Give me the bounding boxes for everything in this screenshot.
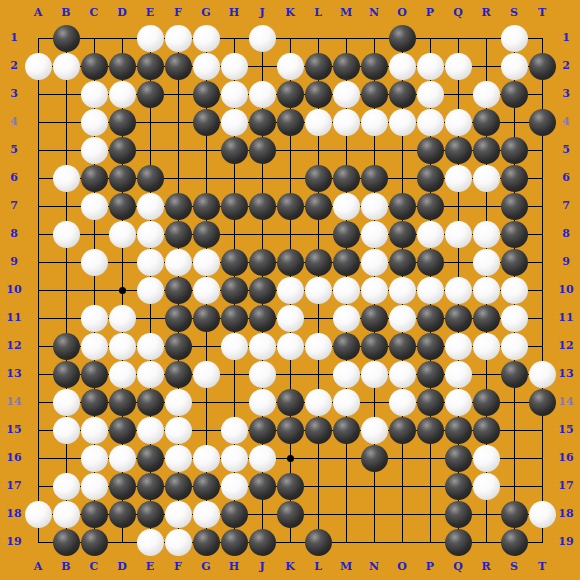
black-stone[interactable] xyxy=(445,137,472,164)
white-stone[interactable] xyxy=(473,165,500,192)
row-label: 19 xyxy=(554,536,578,548)
white-stone[interactable] xyxy=(109,305,136,332)
white-stone[interactable] xyxy=(333,109,360,136)
row-label: 13 xyxy=(554,368,578,380)
star-point xyxy=(287,455,294,462)
white-stone[interactable] xyxy=(249,361,276,388)
white-stone[interactable] xyxy=(445,389,472,416)
black-stone[interactable] xyxy=(249,109,276,136)
black-stone[interactable] xyxy=(473,109,500,136)
black-stone[interactable] xyxy=(109,389,136,416)
white-stone[interactable] xyxy=(81,137,108,164)
black-stone[interactable] xyxy=(389,249,416,276)
white-stone[interactable] xyxy=(445,221,472,248)
white-stone[interactable] xyxy=(25,53,52,80)
row-label: 3 xyxy=(554,88,578,100)
black-stone[interactable] xyxy=(137,81,164,108)
black-stone[interactable] xyxy=(249,193,276,220)
black-stone[interactable] xyxy=(501,249,528,276)
black-stone[interactable] xyxy=(277,473,304,500)
white-stone[interactable] xyxy=(277,305,304,332)
black-stone[interactable] xyxy=(445,473,472,500)
white-stone[interactable] xyxy=(501,277,528,304)
white-stone[interactable] xyxy=(193,445,220,472)
black-stone[interactable] xyxy=(193,221,220,248)
black-stone[interactable] xyxy=(305,529,332,556)
white-stone[interactable] xyxy=(501,305,528,332)
black-stone[interactable] xyxy=(277,109,304,136)
column-label: J xyxy=(250,7,274,19)
black-stone[interactable] xyxy=(81,501,108,528)
black-stone[interactable] xyxy=(165,305,192,332)
column-label: E xyxy=(138,561,162,573)
white-stone[interactable] xyxy=(137,361,164,388)
row-label: 14 xyxy=(554,396,578,408)
black-stone[interactable] xyxy=(473,417,500,444)
black-stone[interactable] xyxy=(417,305,444,332)
row-label: 1 xyxy=(2,32,26,44)
white-stone[interactable] xyxy=(445,109,472,136)
white-stone[interactable] xyxy=(333,81,360,108)
black-stone[interactable] xyxy=(109,137,136,164)
white-stone[interactable] xyxy=(529,501,556,528)
white-stone[interactable] xyxy=(333,277,360,304)
row-label: 12 xyxy=(554,340,578,352)
white-stone[interactable] xyxy=(305,277,332,304)
row-label: 11 xyxy=(554,312,578,324)
white-stone[interactable] xyxy=(389,389,416,416)
column-label: B xyxy=(54,7,78,19)
white-stone[interactable] xyxy=(165,389,192,416)
black-stone[interactable] xyxy=(109,165,136,192)
black-stone[interactable] xyxy=(501,137,528,164)
black-stone[interactable] xyxy=(333,165,360,192)
white-stone[interactable] xyxy=(221,81,248,108)
black-stone[interactable] xyxy=(137,501,164,528)
white-stone[interactable] xyxy=(389,277,416,304)
black-stone[interactable] xyxy=(249,529,276,556)
black-stone[interactable] xyxy=(333,417,360,444)
white-stone[interactable] xyxy=(193,361,220,388)
white-stone[interactable] xyxy=(445,333,472,360)
black-stone[interactable] xyxy=(249,305,276,332)
white-stone[interactable] xyxy=(529,361,556,388)
column-label: D xyxy=(110,7,134,19)
column-label: K xyxy=(278,561,302,573)
black-stone[interactable] xyxy=(249,249,276,276)
black-stone[interactable] xyxy=(501,529,528,556)
white-stone[interactable] xyxy=(81,81,108,108)
black-stone[interactable] xyxy=(109,473,136,500)
white-stone[interactable] xyxy=(389,361,416,388)
black-stone[interactable] xyxy=(221,529,248,556)
black-stone[interactable] xyxy=(277,193,304,220)
white-stone[interactable] xyxy=(109,221,136,248)
white-stone[interactable] xyxy=(361,221,388,248)
white-stone[interactable] xyxy=(221,445,248,472)
column-label: S xyxy=(502,561,526,573)
white-stone[interactable] xyxy=(165,501,192,528)
white-stone[interactable] xyxy=(361,277,388,304)
column-label: H xyxy=(222,7,246,19)
white-stone[interactable] xyxy=(53,501,80,528)
column-label: N xyxy=(362,561,386,573)
black-stone[interactable] xyxy=(529,53,556,80)
white-stone[interactable] xyxy=(249,25,276,52)
white-stone[interactable] xyxy=(109,361,136,388)
black-stone[interactable] xyxy=(333,53,360,80)
white-stone[interactable] xyxy=(473,81,500,108)
white-stone[interactable] xyxy=(81,193,108,220)
black-stone[interactable] xyxy=(277,81,304,108)
black-stone[interactable] xyxy=(501,193,528,220)
black-stone[interactable] xyxy=(165,473,192,500)
black-stone[interactable] xyxy=(305,417,332,444)
white-stone[interactable] xyxy=(53,221,80,248)
column-label: T xyxy=(530,561,554,573)
white-stone[interactable] xyxy=(417,53,444,80)
column-label: H xyxy=(222,561,246,573)
row-label: 5 xyxy=(554,144,578,156)
black-stone[interactable] xyxy=(249,473,276,500)
column-label: T xyxy=(530,7,554,19)
white-stone[interactable] xyxy=(109,445,136,472)
black-stone[interactable] xyxy=(361,81,388,108)
row-label: 5 xyxy=(2,144,26,156)
black-stone[interactable] xyxy=(165,361,192,388)
white-stone[interactable] xyxy=(277,53,304,80)
black-stone[interactable] xyxy=(333,333,360,360)
black-stone[interactable] xyxy=(473,137,500,164)
white-stone[interactable] xyxy=(109,81,136,108)
white-stone[interactable] xyxy=(501,25,528,52)
row-label: 2 xyxy=(554,60,578,72)
black-stone[interactable] xyxy=(193,81,220,108)
black-stone[interactable] xyxy=(221,305,248,332)
row-label: 9 xyxy=(554,256,578,268)
black-stone[interactable] xyxy=(417,361,444,388)
black-stone[interactable] xyxy=(529,389,556,416)
black-stone[interactable] xyxy=(81,361,108,388)
black-stone[interactable] xyxy=(305,249,332,276)
white-stone[interactable] xyxy=(53,417,80,444)
black-stone[interactable] xyxy=(109,53,136,80)
black-stone[interactable] xyxy=(361,333,388,360)
black-stone[interactable] xyxy=(501,221,528,248)
black-stone[interactable] xyxy=(389,333,416,360)
black-stone[interactable] xyxy=(333,249,360,276)
black-stone[interactable] xyxy=(473,305,500,332)
black-stone[interactable] xyxy=(81,529,108,556)
black-stone[interactable] xyxy=(445,501,472,528)
black-stone[interactable] xyxy=(109,417,136,444)
white-stone[interactable] xyxy=(417,221,444,248)
white-stone[interactable] xyxy=(81,417,108,444)
white-stone[interactable] xyxy=(137,193,164,220)
column-label: M xyxy=(334,7,358,19)
white-stone[interactable] xyxy=(305,389,332,416)
white-stone[interactable] xyxy=(193,25,220,52)
white-stone[interactable] xyxy=(165,417,192,444)
white-stone[interactable] xyxy=(81,109,108,136)
white-stone[interactable] xyxy=(333,193,360,220)
white-stone[interactable] xyxy=(361,417,388,444)
black-stone[interactable] xyxy=(53,333,80,360)
black-stone[interactable] xyxy=(249,277,276,304)
white-stone[interactable] xyxy=(445,165,472,192)
black-stone[interactable] xyxy=(193,473,220,500)
black-stone[interactable] xyxy=(137,445,164,472)
white-stone[interactable] xyxy=(417,109,444,136)
row-label: 16 xyxy=(2,452,26,464)
white-stone[interactable] xyxy=(137,277,164,304)
white-stone[interactable] xyxy=(361,109,388,136)
black-stone[interactable] xyxy=(333,221,360,248)
black-stone[interactable] xyxy=(445,417,472,444)
column-label: R xyxy=(474,561,498,573)
black-stone[interactable] xyxy=(249,417,276,444)
row-label: 1 xyxy=(554,32,578,44)
black-stone[interactable] xyxy=(389,417,416,444)
white-stone[interactable] xyxy=(417,81,444,108)
black-stone[interactable] xyxy=(137,53,164,80)
row-label: 8 xyxy=(554,228,578,240)
column-label: L xyxy=(306,561,330,573)
column-label: G xyxy=(194,561,218,573)
black-stone[interactable] xyxy=(445,445,472,472)
white-stone[interactable] xyxy=(389,53,416,80)
black-stone[interactable] xyxy=(109,501,136,528)
white-stone[interactable] xyxy=(389,109,416,136)
black-stone[interactable] xyxy=(361,305,388,332)
black-stone[interactable] xyxy=(193,305,220,332)
black-stone[interactable] xyxy=(221,277,248,304)
black-stone[interactable] xyxy=(417,137,444,164)
black-stone[interactable] xyxy=(81,389,108,416)
row-label: 3 xyxy=(2,88,26,100)
black-stone[interactable] xyxy=(417,193,444,220)
column-label: R xyxy=(474,7,498,19)
column-label: P xyxy=(418,561,442,573)
white-stone[interactable] xyxy=(193,501,220,528)
white-stone[interactable] xyxy=(473,473,500,500)
column-label: K xyxy=(278,7,302,19)
black-stone[interactable] xyxy=(277,249,304,276)
white-stone[interactable] xyxy=(137,25,164,52)
black-stone[interactable] xyxy=(137,473,164,500)
row-label: 19 xyxy=(2,536,26,548)
row-label: 18 xyxy=(2,508,26,520)
black-stone[interactable] xyxy=(417,249,444,276)
white-stone[interactable] xyxy=(249,81,276,108)
white-stone[interactable] xyxy=(137,529,164,556)
white-stone[interactable] xyxy=(445,277,472,304)
row-label: 15 xyxy=(2,424,26,436)
white-stone[interactable] xyxy=(333,305,360,332)
white-stone[interactable] xyxy=(473,333,500,360)
black-stone[interactable] xyxy=(165,277,192,304)
row-label: 8 xyxy=(2,228,26,240)
column-label: G xyxy=(194,7,218,19)
white-stone[interactable] xyxy=(53,389,80,416)
white-stone[interactable] xyxy=(137,249,164,276)
white-stone[interactable] xyxy=(53,165,80,192)
black-stone[interactable] xyxy=(53,361,80,388)
row-label: 10 xyxy=(554,284,578,296)
black-stone[interactable] xyxy=(417,165,444,192)
column-label: O xyxy=(390,561,414,573)
black-stone[interactable] xyxy=(389,25,416,52)
white-stone[interactable] xyxy=(501,333,528,360)
black-stone[interactable] xyxy=(305,53,332,80)
column-label: D xyxy=(110,561,134,573)
white-stone[interactable] xyxy=(473,445,500,472)
black-stone[interactable] xyxy=(417,333,444,360)
row-label: 10 xyxy=(2,284,26,296)
white-stone[interactable] xyxy=(165,445,192,472)
white-stone[interactable] xyxy=(277,333,304,360)
column-label: C xyxy=(82,561,106,573)
white-stone[interactable] xyxy=(249,445,276,472)
white-stone[interactable] xyxy=(81,305,108,332)
black-stone[interactable] xyxy=(473,389,500,416)
white-stone[interactable] xyxy=(305,333,332,360)
row-label: 4 xyxy=(2,116,26,128)
white-stone[interactable] xyxy=(221,333,248,360)
black-stone[interactable] xyxy=(305,193,332,220)
white-stone[interactable] xyxy=(473,249,500,276)
white-stone[interactable] xyxy=(473,221,500,248)
black-stone[interactable] xyxy=(137,165,164,192)
white-stone[interactable] xyxy=(445,53,472,80)
white-stone[interactable] xyxy=(501,53,528,80)
white-stone[interactable] xyxy=(305,109,332,136)
black-stone[interactable] xyxy=(165,333,192,360)
row-label: 4 xyxy=(554,116,578,128)
black-stone[interactable] xyxy=(361,445,388,472)
column-label: Q xyxy=(446,7,470,19)
white-stone[interactable] xyxy=(193,249,220,276)
black-stone[interactable] xyxy=(53,529,80,556)
black-stone[interactable] xyxy=(277,417,304,444)
black-stone[interactable] xyxy=(501,361,528,388)
white-stone[interactable] xyxy=(333,361,360,388)
black-stone[interactable] xyxy=(221,137,248,164)
black-stone[interactable] xyxy=(109,193,136,220)
white-stone[interactable] xyxy=(81,473,108,500)
white-stone[interactable] xyxy=(221,417,248,444)
black-stone[interactable] xyxy=(193,109,220,136)
row-label: 7 xyxy=(554,200,578,212)
black-stone[interactable] xyxy=(445,529,472,556)
column-label: B xyxy=(54,561,78,573)
white-stone[interactable] xyxy=(473,277,500,304)
black-stone[interactable] xyxy=(81,53,108,80)
black-stone[interactable] xyxy=(389,193,416,220)
white-stone[interactable] xyxy=(249,333,276,360)
white-stone[interactable] xyxy=(137,417,164,444)
black-stone[interactable] xyxy=(165,53,192,80)
black-stone[interactable] xyxy=(221,193,248,220)
row-label: 18 xyxy=(554,508,578,520)
white-stone[interactable] xyxy=(165,249,192,276)
black-stone[interactable] xyxy=(277,389,304,416)
black-stone[interactable] xyxy=(221,501,248,528)
row-label: 15 xyxy=(554,424,578,436)
black-stone[interactable] xyxy=(305,165,332,192)
white-stone[interactable] xyxy=(445,361,472,388)
white-stone[interactable] xyxy=(361,361,388,388)
black-stone[interactable] xyxy=(445,305,472,332)
white-stone[interactable] xyxy=(165,25,192,52)
black-stone[interactable] xyxy=(361,53,388,80)
black-stone[interactable] xyxy=(165,221,192,248)
black-stone[interactable] xyxy=(417,417,444,444)
black-stone[interactable] xyxy=(389,221,416,248)
black-stone[interactable] xyxy=(81,165,108,192)
white-stone[interactable] xyxy=(361,193,388,220)
white-stone[interactable] xyxy=(53,473,80,500)
black-stone[interactable] xyxy=(53,25,80,52)
white-stone[interactable] xyxy=(137,221,164,248)
white-stone[interactable] xyxy=(137,333,164,360)
black-stone[interactable] xyxy=(221,249,248,276)
row-label: 7 xyxy=(2,200,26,212)
black-stone[interactable] xyxy=(165,193,192,220)
white-stone[interactable] xyxy=(165,529,192,556)
black-stone[interactable] xyxy=(389,81,416,108)
white-stone[interactable] xyxy=(389,305,416,332)
white-stone[interactable] xyxy=(417,277,444,304)
black-stone[interactable] xyxy=(417,389,444,416)
black-stone[interactable] xyxy=(305,81,332,108)
white-stone[interactable] xyxy=(81,445,108,472)
black-stone[interactable] xyxy=(529,109,556,136)
row-label: 17 xyxy=(554,480,578,492)
column-label: F xyxy=(166,7,190,19)
white-stone[interactable] xyxy=(277,277,304,304)
white-stone[interactable] xyxy=(81,333,108,360)
black-stone[interactable] xyxy=(249,137,276,164)
white-stone[interactable] xyxy=(193,277,220,304)
white-stone[interactable] xyxy=(249,389,276,416)
white-stone[interactable] xyxy=(53,53,80,80)
black-stone[interactable] xyxy=(361,165,388,192)
white-stone[interactable] xyxy=(221,109,248,136)
white-stone[interactable] xyxy=(109,333,136,360)
column-label: O xyxy=(390,7,414,19)
black-stone[interactable] xyxy=(137,389,164,416)
white-stone[interactable] xyxy=(221,53,248,80)
column-label: C xyxy=(82,7,106,19)
black-stone[interactable] xyxy=(501,165,528,192)
white-stone[interactable] xyxy=(25,501,52,528)
black-stone[interactable] xyxy=(109,109,136,136)
column-label: L xyxy=(306,7,330,19)
white-stone[interactable] xyxy=(333,389,360,416)
black-stone[interactable] xyxy=(193,193,220,220)
black-stone[interactable] xyxy=(277,501,304,528)
go-board[interactable]: AABBCCDDEEFFGGHHJJKKLLMMNNOOPPQQRRSSTT11… xyxy=(0,0,580,580)
white-stone[interactable] xyxy=(361,249,388,276)
black-stone[interactable] xyxy=(501,501,528,528)
white-stone[interactable] xyxy=(81,249,108,276)
white-stone[interactable] xyxy=(193,53,220,80)
black-stone[interactable] xyxy=(501,81,528,108)
row-label: 17 xyxy=(2,480,26,492)
white-stone[interactable] xyxy=(221,473,248,500)
black-stone[interactable] xyxy=(193,529,220,556)
